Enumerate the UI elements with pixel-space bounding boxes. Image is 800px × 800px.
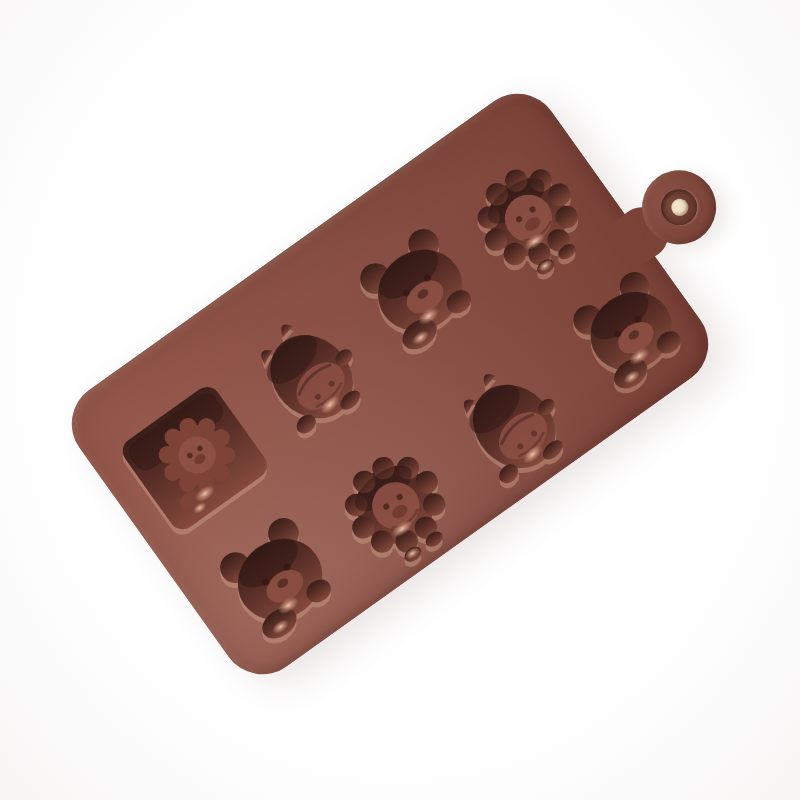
cavity-bear-r2c4 — [551, 251, 710, 410]
cavity-hippo-r2c3 — [429, 341, 594, 506]
hang-hole-ring — [654, 182, 704, 232]
mold-body — [55, 77, 725, 691]
cavity-layer — [55, 77, 725, 691]
product-photo — [0, 0, 800, 800]
hang-hole — [667, 195, 691, 219]
